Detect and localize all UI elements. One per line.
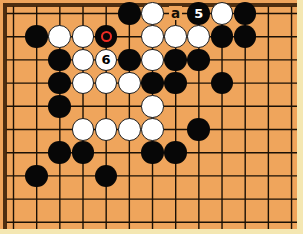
black-stone [48, 72, 71, 95]
board-cell [71, 71, 94, 94]
board-cell [95, 141, 118, 164]
board-cell [2, 71, 25, 94]
board-cell [187, 118, 210, 141]
board-cell [141, 118, 164, 141]
board-cell [48, 164, 71, 187]
board-cell [95, 164, 118, 187]
black-stone [164, 49, 187, 72]
board-cell [210, 25, 233, 48]
board-cell [118, 25, 141, 48]
board-cell [118, 48, 141, 71]
board-grid: a56 [2, 2, 303, 234]
black-stone [164, 72, 187, 95]
black-stone [72, 141, 95, 164]
circle-marker [101, 31, 112, 42]
black-stone [48, 49, 71, 72]
board-cell [280, 118, 303, 141]
black-stone [95, 165, 118, 188]
board-cell [210, 118, 233, 141]
board-cell [95, 211, 118, 234]
board-cell [141, 48, 164, 71]
board-cell [210, 95, 233, 118]
board-cell [233, 164, 256, 187]
white-stone [118, 118, 141, 141]
board-cell [2, 187, 25, 210]
black-stone: 5 [187, 2, 210, 25]
board-cell [257, 25, 280, 48]
board-cell [95, 118, 118, 141]
board-cell [233, 95, 256, 118]
white-stone [141, 2, 164, 25]
board-cell [2, 118, 25, 141]
white-stone [95, 118, 118, 141]
board-cell [71, 95, 94, 118]
white-stone [48, 25, 71, 48]
board-cell [2, 25, 25, 48]
board-cell [118, 187, 141, 210]
board-cell [164, 95, 187, 118]
white-stone [72, 118, 95, 141]
board-cell [187, 71, 210, 94]
board-cell [71, 211, 94, 234]
black-stone [25, 25, 48, 48]
board-cell [210, 164, 233, 187]
board-cell [187, 141, 210, 164]
move-number: 6 [102, 53, 111, 66]
board-cell [210, 2, 233, 25]
board-cell: 5 [187, 2, 210, 25]
board-cell [95, 71, 118, 94]
board-cell [280, 48, 303, 71]
board-cell [141, 164, 164, 187]
black-stone [187, 49, 210, 72]
board-cell [164, 187, 187, 210]
board-cell [2, 48, 25, 71]
board-cell [233, 48, 256, 71]
board-cell [2, 2, 25, 25]
board-cell [71, 187, 94, 210]
board-cell [280, 211, 303, 234]
board-cell [118, 118, 141, 141]
board-cell [25, 95, 48, 118]
board-cell [71, 48, 94, 71]
board-cell [164, 118, 187, 141]
board-cell [164, 164, 187, 187]
white-stone [72, 72, 95, 95]
white-stone [95, 72, 118, 95]
white-stone [141, 118, 164, 141]
board-cell [187, 164, 210, 187]
board-cell [257, 118, 280, 141]
board-cell [118, 141, 141, 164]
board-cell [71, 118, 94, 141]
board-cell [2, 95, 25, 118]
board-cell [233, 187, 256, 210]
go-diagram-page: a56 [0, 0, 303, 234]
black-stone [95, 25, 118, 48]
black-stone [48, 95, 71, 118]
white-stone [187, 25, 210, 48]
board-cell: 6 [95, 48, 118, 71]
board-cell [25, 211, 48, 234]
black-stone [141, 72, 164, 95]
board-cell [187, 95, 210, 118]
board-cell [187, 48, 210, 71]
black-stone [164, 141, 187, 164]
board-cell [210, 48, 233, 71]
board-cell [233, 2, 256, 25]
board-cell [257, 211, 280, 234]
board-cell [141, 25, 164, 48]
board-cell [233, 25, 256, 48]
board-cell [210, 187, 233, 210]
go-board: a56 [0, 0, 297, 229]
black-stone [234, 2, 257, 25]
board-cell [257, 48, 280, 71]
board-cell [48, 2, 71, 25]
board-cell [257, 187, 280, 210]
black-stone [48, 141, 71, 164]
white-stone [141, 49, 164, 72]
white-stone [211, 2, 234, 25]
board-cell [48, 118, 71, 141]
board-cell [187, 25, 210, 48]
board-cell [118, 2, 141, 25]
board-cell [48, 141, 71, 164]
board-cell [257, 164, 280, 187]
board-cell [48, 25, 71, 48]
board-cell [210, 71, 233, 94]
board-cell [164, 25, 187, 48]
board-cell [25, 141, 48, 164]
black-stone [234, 25, 257, 48]
board-cell [187, 211, 210, 234]
board-cell [25, 187, 48, 210]
board-cell [210, 211, 233, 234]
board-cell [233, 118, 256, 141]
board-cell [48, 95, 71, 118]
board-cell [257, 95, 280, 118]
point-label: a [169, 6, 182, 20]
board-cell [280, 71, 303, 94]
black-stone [141, 141, 164, 164]
board-cell [141, 95, 164, 118]
black-stone [187, 118, 210, 141]
board-cell [233, 141, 256, 164]
board-cell [71, 164, 94, 187]
board-cell [164, 48, 187, 71]
black-stone [211, 25, 234, 48]
board-cell [257, 141, 280, 164]
board-cell [71, 141, 94, 164]
board-cell [210, 141, 233, 164]
board-cell [118, 164, 141, 187]
white-stone [141, 25, 164, 48]
black-stone [25, 165, 48, 188]
board-cell [280, 141, 303, 164]
board-cell [71, 25, 94, 48]
board-cell [95, 95, 118, 118]
board-cell [257, 71, 280, 94]
board-cell [164, 71, 187, 94]
board-cell [141, 141, 164, 164]
board-cell [2, 141, 25, 164]
white-stone [72, 25, 95, 48]
board-cell: a [164, 2, 187, 25]
board-cell [25, 164, 48, 187]
board-cell [280, 25, 303, 48]
black-stone [118, 2, 141, 25]
board-cell [164, 211, 187, 234]
white-stone [141, 95, 164, 118]
board-cell [25, 118, 48, 141]
board-cell [280, 95, 303, 118]
board-cell [48, 211, 71, 234]
board-cell [95, 2, 118, 25]
board-cell [141, 71, 164, 94]
board-cell [257, 2, 280, 25]
board-cell [141, 211, 164, 234]
black-stone [118, 49, 141, 72]
board-cell [233, 211, 256, 234]
board-cell [48, 187, 71, 210]
board-cell [25, 25, 48, 48]
board-cell [164, 141, 187, 164]
board-cell [280, 164, 303, 187]
board-cell [187, 187, 210, 210]
board-cell [71, 2, 94, 25]
board-cell [48, 71, 71, 94]
white-stone: 6 [95, 49, 118, 72]
board-cell [141, 187, 164, 210]
white-stone [118, 72, 141, 95]
board-cell [118, 71, 141, 94]
black-stone [211, 72, 234, 95]
board-cell [280, 187, 303, 210]
board-cell [118, 211, 141, 234]
board-cell [95, 187, 118, 210]
board-cell [141, 2, 164, 25]
board-cell [2, 164, 25, 187]
move-number: 5 [194, 7, 203, 20]
board-cell [280, 2, 303, 25]
board-cell [2, 211, 25, 234]
board-cell [118, 95, 141, 118]
white-stone [164, 25, 187, 48]
board-cell [25, 2, 48, 25]
board-cell [95, 25, 118, 48]
board-cell [233, 71, 256, 94]
board-cell [48, 48, 71, 71]
board-cell [25, 71, 48, 94]
board-cell [25, 48, 48, 71]
white-stone [72, 49, 95, 72]
